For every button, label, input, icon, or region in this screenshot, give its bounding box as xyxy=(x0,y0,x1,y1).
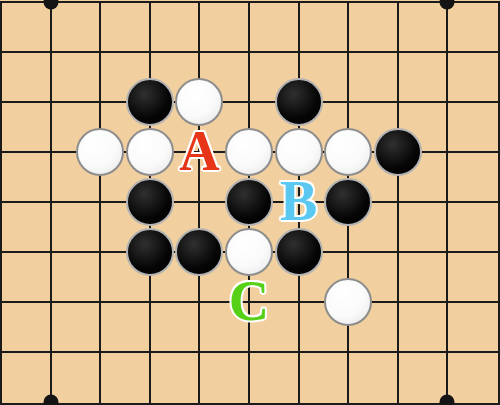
board-cell xyxy=(2,353,52,403)
board-cell xyxy=(250,353,300,403)
white-stone xyxy=(225,128,273,176)
black-stone xyxy=(126,228,174,276)
board-cell xyxy=(448,103,498,153)
black-stone xyxy=(324,178,372,226)
board-cell xyxy=(2,103,52,153)
board-cell xyxy=(448,153,498,203)
star-point xyxy=(440,395,455,405)
board-cell xyxy=(101,303,151,353)
white-stone xyxy=(126,128,174,176)
white-stone xyxy=(225,228,273,276)
board-cell xyxy=(2,253,52,303)
board-cell xyxy=(151,353,201,403)
white-stone xyxy=(324,128,372,176)
board-cell xyxy=(448,53,498,103)
board-cell xyxy=(399,353,449,403)
board-cell xyxy=(300,3,350,53)
white-stone xyxy=(275,128,323,176)
board-cell xyxy=(52,353,102,403)
board-cell xyxy=(349,53,399,103)
board-cell xyxy=(399,3,449,53)
board-cell xyxy=(448,353,498,403)
black-stone xyxy=(175,228,223,276)
board-cell xyxy=(200,3,250,53)
board-cell xyxy=(448,3,498,53)
board-cell xyxy=(52,53,102,103)
star-point xyxy=(43,395,58,405)
board-cell xyxy=(101,353,151,403)
board-cell xyxy=(349,353,399,403)
white-stone xyxy=(324,278,372,326)
board-cell xyxy=(52,3,102,53)
board-cell xyxy=(448,203,498,253)
black-stone xyxy=(275,78,323,126)
board-cell xyxy=(200,353,250,403)
board-cell xyxy=(448,303,498,353)
board-cell xyxy=(2,3,52,53)
board-cell xyxy=(52,203,102,253)
marker-b[interactable]: B xyxy=(272,174,326,228)
black-stone xyxy=(126,178,174,226)
marker-c[interactable]: C xyxy=(222,274,276,328)
board-cell xyxy=(2,303,52,353)
white-stone xyxy=(175,78,223,126)
white-stone xyxy=(76,128,124,176)
board-cell xyxy=(399,303,449,353)
black-stone xyxy=(225,178,273,226)
board-cell xyxy=(52,303,102,353)
marker-a[interactable]: A xyxy=(172,124,226,178)
board-cell xyxy=(349,3,399,53)
board-cell xyxy=(101,3,151,53)
board-cell xyxy=(151,3,201,53)
black-stone xyxy=(126,78,174,126)
board-cell xyxy=(2,153,52,203)
board-cell xyxy=(2,203,52,253)
black-stone xyxy=(275,228,323,276)
board-cell xyxy=(448,253,498,303)
board-cell xyxy=(2,53,52,103)
board-cell xyxy=(399,203,449,253)
board-cell xyxy=(52,253,102,303)
board-cell xyxy=(399,53,449,103)
board-cell xyxy=(250,3,300,53)
black-stone xyxy=(374,128,422,176)
board-cell xyxy=(399,253,449,303)
go-board: ABC xyxy=(0,0,500,405)
board-cell xyxy=(151,303,201,353)
board-cell xyxy=(300,353,350,403)
